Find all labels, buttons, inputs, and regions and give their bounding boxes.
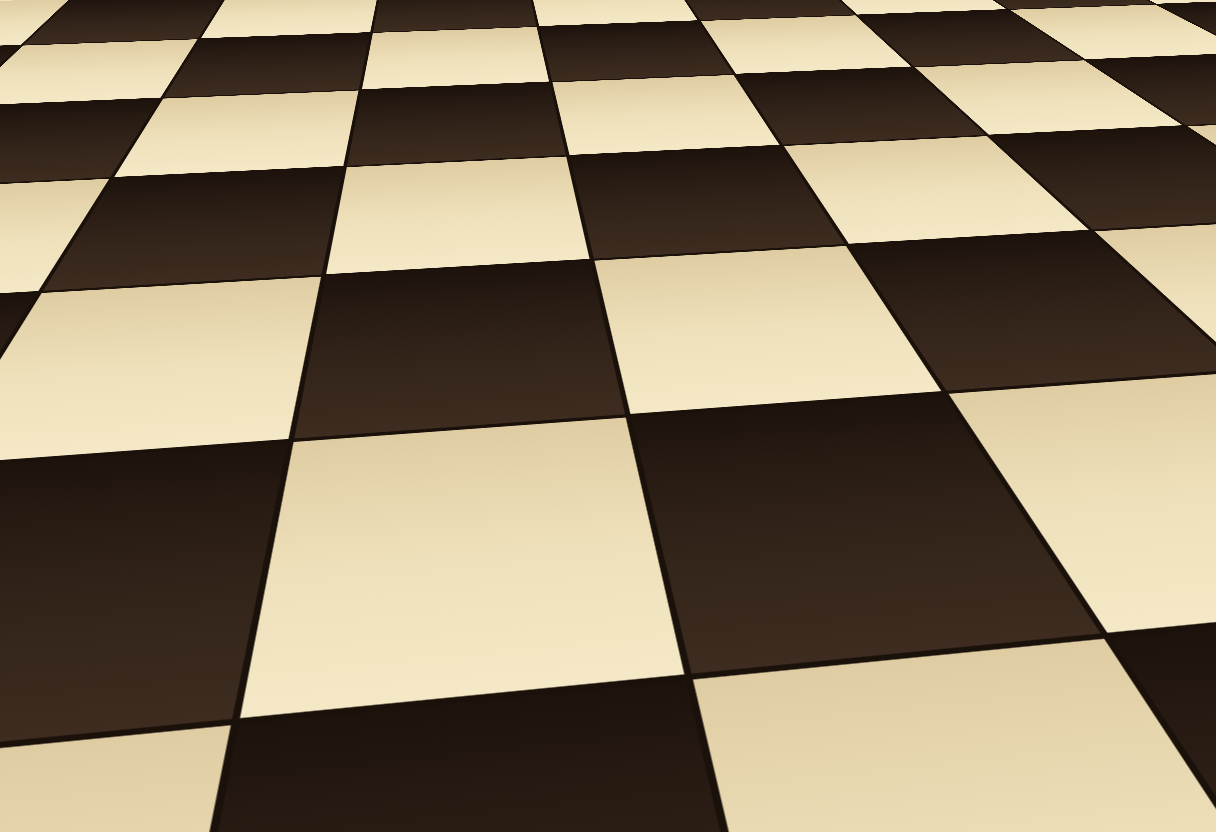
board-square[interactable] [0,726,230,832]
white-rook-left[interactable]: ♜ [35,124,394,524]
white-rook-bottom[interactable]: ♜ [451,342,810,742]
chess-illustration: ♜♜♜♞♞♝♚♝♟♟♝♛♟♜♟ [0,0,1216,832]
